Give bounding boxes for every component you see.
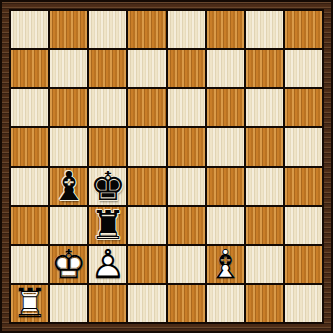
square-h2[interactable] [285,246,322,283]
square-c6[interactable] [89,89,126,126]
white-king-outline-glyph: ♔ [50,246,87,283]
square-a2[interactable] [11,246,48,283]
chess-board: ♝♚♜♚♔♟♙♝♗♜♖ [11,11,322,322]
piece-black-rook[interactable]: ♜ [89,207,126,244]
square-g5[interactable] [246,128,283,165]
black-king-glyph: ♚ [89,168,126,205]
square-a1[interactable]: ♜♖ [11,285,48,322]
piece-white-rook[interactable]: ♜♖ [11,285,48,322]
square-e1[interactable] [168,285,205,322]
square-c8[interactable] [89,11,126,48]
square-g3[interactable] [246,207,283,244]
square-g2[interactable] [246,246,283,283]
square-a3[interactable] [11,207,48,244]
square-f8[interactable] [207,11,244,48]
square-c3[interactable]: ♜ [89,207,126,244]
piece-black-king[interactable]: ♚ [89,168,126,205]
square-e8[interactable] [168,11,205,48]
square-b5[interactable] [50,128,87,165]
square-b7[interactable] [50,50,87,87]
square-c7[interactable] [89,50,126,87]
square-b2[interactable]: ♚♔ [50,246,87,283]
black-bishop-glyph: ♝ [50,168,87,205]
square-h5[interactable] [285,128,322,165]
square-d4[interactable] [128,168,165,205]
square-a7[interactable] [11,50,48,87]
square-f1[interactable] [207,285,244,322]
square-e6[interactable] [168,89,205,126]
square-d1[interactable] [128,285,165,322]
square-b3[interactable] [50,207,87,244]
square-h1[interactable] [285,285,322,322]
square-f4[interactable] [207,168,244,205]
square-e5[interactable] [168,128,205,165]
square-h8[interactable] [285,11,322,48]
square-d8[interactable] [128,11,165,48]
piece-white-pawn[interactable]: ♟♙ [89,246,126,283]
square-e2[interactable] [168,246,205,283]
square-a6[interactable] [11,89,48,126]
square-d7[interactable] [128,50,165,87]
square-c5[interactable] [89,128,126,165]
square-d3[interactable] [128,207,165,244]
square-f3[interactable] [207,207,244,244]
white-rook-outline-glyph: ♖ [11,285,48,322]
square-e3[interactable] [168,207,205,244]
piece-white-bishop[interactable]: ♝♗ [207,246,244,283]
square-g4[interactable] [246,168,283,205]
square-b6[interactable] [50,89,87,126]
piece-white-king[interactable]: ♚♔ [50,246,87,283]
square-b4[interactable]: ♝ [50,168,87,205]
square-f5[interactable] [207,128,244,165]
square-d2[interactable] [128,246,165,283]
square-c2[interactable]: ♟♙ [89,246,126,283]
square-a4[interactable] [11,168,48,205]
chess-board-inner-border: ♝♚♜♚♔♟♙♝♗♜♖ [9,9,324,324]
square-d6[interactable] [128,89,165,126]
square-e7[interactable] [168,50,205,87]
chess-board-frame: ♝♚♜♚♔♟♙♝♗♜♖ [0,0,333,333]
square-h3[interactable] [285,207,322,244]
square-h7[interactable] [285,50,322,87]
square-b8[interactable] [50,11,87,48]
square-a5[interactable] [11,128,48,165]
square-e4[interactable] [168,168,205,205]
square-a8[interactable] [11,11,48,48]
square-b1[interactable] [50,285,87,322]
piece-black-bishop[interactable]: ♝ [50,168,87,205]
white-bishop-outline-glyph: ♗ [207,246,244,283]
square-h4[interactable] [285,168,322,205]
square-c4[interactable]: ♚ [89,168,126,205]
square-c1[interactable] [89,285,126,322]
white-pawn-outline-glyph: ♙ [89,246,126,283]
square-f7[interactable] [207,50,244,87]
black-rook-glyph: ♜ [89,207,126,244]
square-g8[interactable] [246,11,283,48]
square-f2[interactable]: ♝♗ [207,246,244,283]
square-f6[interactable] [207,89,244,126]
square-g7[interactable] [246,50,283,87]
square-g1[interactable] [246,285,283,322]
square-d5[interactable] [128,128,165,165]
square-h6[interactable] [285,89,322,126]
square-g6[interactable] [246,89,283,126]
